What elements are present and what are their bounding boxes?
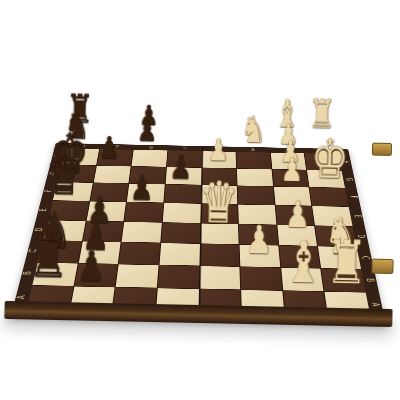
piece-black-pawn-g6[interactable]: ♟ — [136, 117, 159, 146]
back-rank-label-2: 2 — [285, 149, 290, 152]
square-b8[interactable] — [32, 263, 77, 287]
piece-white-bishop-h2[interactable]: ♝ — [272, 95, 302, 133]
square-f5[interactable] — [164, 184, 201, 203]
square-d8[interactable] — [43, 220, 85, 241]
back-rank-label-4: 4 — [217, 147, 222, 150]
square-e8[interactable] — [48, 201, 89, 221]
right-file-label-B: B — [365, 278, 375, 282]
piece-black-pawn-h6[interactable]: ♟ — [138, 102, 160, 130]
square-c3[interactable] — [240, 245, 280, 267]
square-h2[interactable] — [271, 153, 307, 170]
square-g6[interactable] — [129, 166, 166, 184]
right-file-label-C: C — [361, 256, 371, 260]
square-g2[interactable] — [272, 169, 309, 187]
square-c1[interactable] — [318, 246, 361, 268]
square-f1[interactable] — [310, 188, 349, 207]
square-b6[interactable] — [116, 264, 159, 288]
back-rank-label-8: 8 — [81, 145, 86, 148]
left-file-label-B: B — [23, 271, 33, 275]
piece-white-pawn-g2[interactable]: ♟ — [277, 120, 300, 149]
square-h7[interactable] — [97, 149, 133, 166]
square-e3[interactable] — [238, 204, 276, 224]
product-photo-stage: 8765432187654321ABCDEFGHABCDEFGH ♜♞♛♚♞♜♟… — [0, 0, 400, 400]
back-rank-label-6: 6 — [149, 146, 154, 149]
square-c2[interactable] — [279, 246, 320, 268]
right-file-label-H: H — [341, 161, 350, 164]
square-g4[interactable] — [202, 168, 237, 186]
square-d7[interactable] — [83, 221, 124, 242]
left-file-label-A: A — [17, 295, 28, 299]
left-file-label-C: C — [29, 249, 39, 253]
brass-clasp-icon — [371, 259, 393, 274]
square-f6[interactable] — [127, 184, 165, 203]
square-b2[interactable] — [281, 268, 324, 292]
right-file-label-D: D — [356, 234, 366, 238]
square-f8[interactable] — [53, 182, 93, 201]
square-g1[interactable] — [307, 170, 345, 188]
square-b7[interactable] — [74, 263, 118, 287]
square-c8[interactable] — [38, 241, 82, 263]
left-file-label-G: G — [49, 171, 58, 174]
piece-black-knight-g8[interactable]: ♞ — [63, 108, 92, 145]
square-h4[interactable] — [202, 151, 236, 168]
chess-board-frame: 8765432187654321ABCDEFGHABCDEFGH — [10, 143, 386, 326]
square-b4[interactable] — [199, 266, 240, 290]
square-h8[interactable] — [62, 148, 99, 165]
square-e7[interactable] — [86, 201, 126, 221]
square-f3[interactable] — [238, 186, 275, 205]
back-rank-label-3: 3 — [251, 148, 256, 151]
square-h3[interactable] — [236, 152, 271, 169]
square-f2[interactable] — [274, 187, 312, 206]
right-file-label-A: A — [370, 302, 381, 306]
back-rank-label-5: 5 — [183, 147, 188, 150]
square-g5[interactable] — [166, 167, 202, 185]
right-file-label-E: E — [353, 215, 362, 218]
piece-black-rook-h8[interactable]: ♜ — [64, 89, 95, 129]
square-c7[interactable] — [78, 241, 120, 263]
back-rank-label-7: 7 — [115, 145, 120, 148]
square-e1[interactable] — [312, 206, 352, 226]
square-d4[interactable] — [200, 223, 238, 244]
square-c5[interactable] — [159, 243, 199, 265]
square-d1[interactable] — [315, 226, 356, 247]
left-file-label-F: F — [44, 189, 53, 192]
square-f4[interactable] — [201, 185, 237, 204]
square-h1[interactable] — [305, 153, 342, 170]
square-b3[interactable] — [240, 267, 282, 291]
square-b5[interactable] — [158, 265, 199, 289]
square-e2[interactable] — [275, 205, 314, 225]
square-d3[interactable] — [239, 224, 278, 245]
left-file-label-D: D — [35, 228, 45, 232]
square-g3[interactable] — [237, 169, 273, 187]
brass-hinge-icon — [372, 143, 392, 156]
left-file-label-H: H — [53, 155, 62, 158]
square-g7[interactable] — [93, 166, 130, 184]
square-e5[interactable] — [163, 203, 201, 223]
square-d5[interactable] — [161, 222, 200, 243]
square-e4[interactable] — [201, 204, 238, 224]
back-rank-label-1: 1 — [318, 150, 323, 153]
chess-set-scene: 8765432187654321ABCDEFGHABCDEFGH ♜♞♛♚♞♜♟… — [0, 0, 400, 400]
right-file-label-G: G — [345, 177, 354, 180]
square-c6[interactable] — [119, 242, 160, 264]
square-c4[interactable] — [200, 244, 240, 266]
square-g8[interactable] — [57, 165, 95, 183]
square-h6[interactable] — [132, 150, 168, 167]
left-file-label-E: E — [39, 208, 48, 211]
square-f7[interactable] — [90, 183, 129, 202]
square-d6[interactable] — [122, 222, 162, 243]
right-file-label-F: F — [349, 196, 358, 199]
square-d2[interactable] — [277, 225, 317, 246]
square-b1[interactable] — [321, 268, 365, 292]
square-h5[interactable] — [167, 150, 202, 167]
square-e6[interactable] — [125, 202, 164, 222]
piece-white-knight-g3[interactable]: ♞ — [239, 111, 268, 148]
piece-white-rook-h1[interactable]: ♜ — [306, 94, 337, 134]
